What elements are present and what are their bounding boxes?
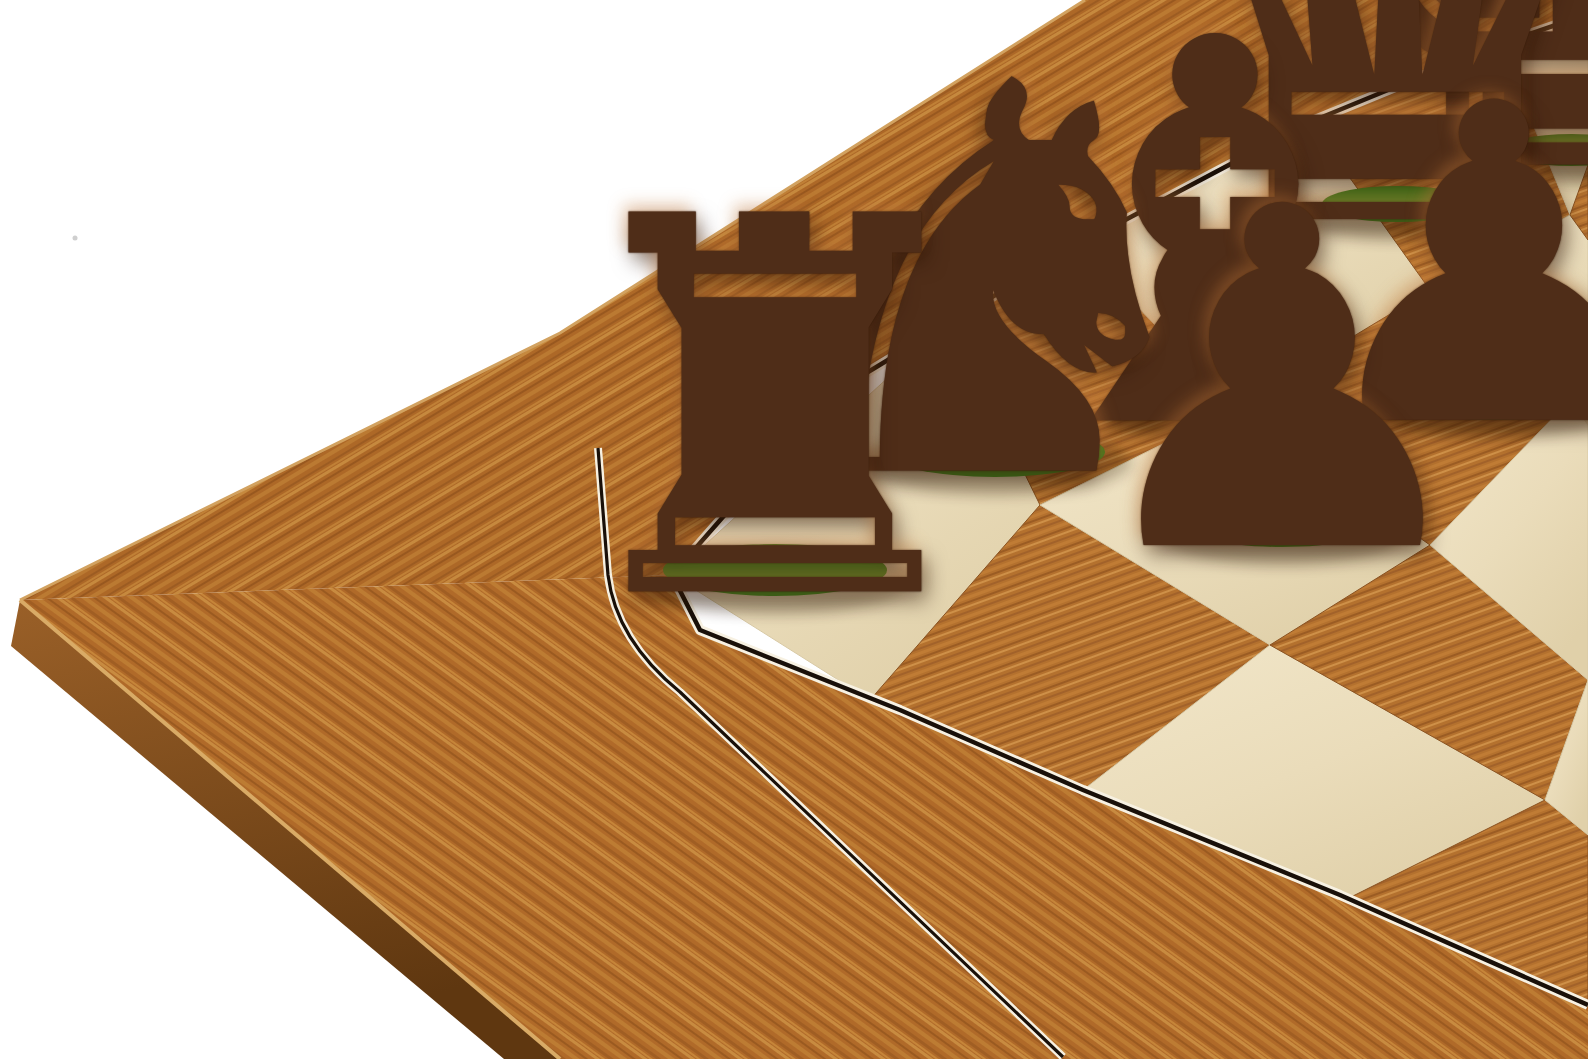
piece-black-rook-a8[interactable]: ♜ <box>542 151 1008 671</box>
pieces-layer: ♚♛♟♝♟♞♜ <box>0 0 1588 1059</box>
chess-set-product-photo: ♚♛♟♝♟♞♜ <box>0 0 1588 1059</box>
